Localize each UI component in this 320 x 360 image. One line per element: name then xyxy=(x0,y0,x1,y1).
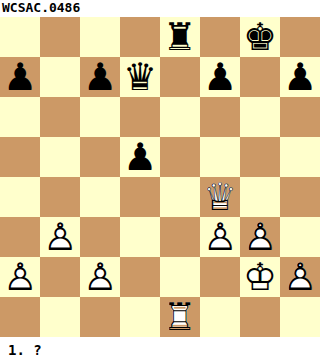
square-f4[interactable]: ♛♕ xyxy=(200,177,240,217)
square-c1[interactable] xyxy=(80,297,120,337)
square-b6[interactable] xyxy=(40,97,80,137)
white-rook-outline: ♖ xyxy=(160,297,200,337)
square-b7[interactable] xyxy=(40,57,80,97)
black-pawn-glyph: ♟ xyxy=(0,57,40,97)
square-g4[interactable] xyxy=(240,177,280,217)
square-g2[interactable]: ♚♔ xyxy=(240,257,280,297)
square-f8[interactable] xyxy=(200,17,240,57)
black-pawn-glyph: ♟ xyxy=(80,57,120,97)
white-pawn-outline: ♙ xyxy=(200,217,240,257)
square-c5[interactable] xyxy=(80,137,120,177)
white-king-outline: ♔ xyxy=(240,257,280,297)
black-pawn[interactable]: ♟ xyxy=(200,57,240,97)
square-d1[interactable] xyxy=(120,297,160,337)
square-e3[interactable] xyxy=(160,217,200,257)
white-pawn[interactable]: ♟♙ xyxy=(240,217,280,257)
square-h3[interactable] xyxy=(280,217,320,257)
white-queen-outline: ♕ xyxy=(200,177,240,217)
chess-board: ♜♚♟♟♛♟♟♟♛♕♟♙♟♙♟♙♟♙♟♙♚♔♟♙♜♖ xyxy=(0,17,320,337)
black-rook-glyph: ♜ xyxy=(160,17,200,57)
move-prompt: 1. ? xyxy=(0,337,320,360)
square-b5[interactable] xyxy=(40,137,80,177)
white-pawn[interactable]: ♟♙ xyxy=(0,257,40,297)
square-d4[interactable] xyxy=(120,177,160,217)
black-pawn-glyph: ♟ xyxy=(120,137,160,177)
black-pawn[interactable]: ♟ xyxy=(280,57,320,97)
white-pawn[interactable]: ♟♙ xyxy=(80,257,120,297)
black-pawn-glyph: ♟ xyxy=(200,57,240,97)
square-h1[interactable] xyxy=(280,297,320,337)
square-b1[interactable] xyxy=(40,297,80,337)
white-queen[interactable]: ♛♕ xyxy=(200,177,240,217)
square-h8[interactable] xyxy=(280,17,320,57)
black-rook[interactable]: ♜ xyxy=(160,17,200,57)
square-d3[interactable] xyxy=(120,217,160,257)
square-c4[interactable] xyxy=(80,177,120,217)
black-queen-glyph: ♛ xyxy=(120,57,160,97)
square-c6[interactable] xyxy=(80,97,120,137)
black-king-glyph: ♚ xyxy=(240,17,280,57)
square-h6[interactable] xyxy=(280,97,320,137)
square-d2[interactable] xyxy=(120,257,160,297)
square-c8[interactable] xyxy=(80,17,120,57)
square-e8[interactable]: ♜ xyxy=(160,17,200,57)
square-a8[interactable] xyxy=(0,17,40,57)
square-h5[interactable] xyxy=(280,137,320,177)
square-e1[interactable]: ♜♖ xyxy=(160,297,200,337)
square-e5[interactable] xyxy=(160,137,200,177)
white-rook[interactable]: ♜♖ xyxy=(160,297,200,337)
square-d5[interactable]: ♟ xyxy=(120,137,160,177)
square-c7[interactable]: ♟ xyxy=(80,57,120,97)
square-b2[interactable] xyxy=(40,257,80,297)
white-pawn-outline: ♙ xyxy=(240,217,280,257)
white-pawn[interactable]: ♟♙ xyxy=(40,217,80,257)
white-pawn-outline: ♙ xyxy=(280,257,320,297)
square-h2[interactable]: ♟♙ xyxy=(280,257,320,297)
square-e4[interactable] xyxy=(160,177,200,217)
square-f3[interactable]: ♟♙ xyxy=(200,217,240,257)
square-a3[interactable] xyxy=(0,217,40,257)
square-c2[interactable]: ♟♙ xyxy=(80,257,120,297)
white-pawn-outline: ♙ xyxy=(0,257,40,297)
square-a1[interactable] xyxy=(0,297,40,337)
square-a4[interactable] xyxy=(0,177,40,217)
square-a6[interactable] xyxy=(0,97,40,137)
white-king[interactable]: ♚♔ xyxy=(240,257,280,297)
white-pawn[interactable]: ♟♙ xyxy=(280,257,320,297)
black-pawn-glyph: ♟ xyxy=(280,57,320,97)
square-e6[interactable] xyxy=(160,97,200,137)
square-g6[interactable] xyxy=(240,97,280,137)
black-pawn[interactable]: ♟ xyxy=(120,137,160,177)
white-pawn[interactable]: ♟♙ xyxy=(200,217,240,257)
square-c3[interactable] xyxy=(80,217,120,257)
square-d7[interactable]: ♛ xyxy=(120,57,160,97)
square-f7[interactable]: ♟ xyxy=(200,57,240,97)
black-pawn[interactable]: ♟ xyxy=(80,57,120,97)
square-e7[interactable] xyxy=(160,57,200,97)
square-b4[interactable] xyxy=(40,177,80,217)
white-pawn-outline: ♙ xyxy=(80,257,120,297)
square-g7[interactable] xyxy=(240,57,280,97)
black-queen[interactable]: ♛ xyxy=(120,57,160,97)
square-h4[interactable] xyxy=(280,177,320,217)
square-d6[interactable] xyxy=(120,97,160,137)
square-g1[interactable] xyxy=(240,297,280,337)
square-b3[interactable]: ♟♙ xyxy=(40,217,80,257)
square-g3[interactable]: ♟♙ xyxy=(240,217,280,257)
square-f2[interactable] xyxy=(200,257,240,297)
square-h7[interactable]: ♟ xyxy=(280,57,320,97)
square-f1[interactable] xyxy=(200,297,240,337)
square-f6[interactable] xyxy=(200,97,240,137)
square-g8[interactable]: ♚ xyxy=(240,17,280,57)
square-g5[interactable] xyxy=(240,137,280,177)
square-a5[interactable] xyxy=(0,137,40,177)
black-pawn[interactable]: ♟ xyxy=(0,57,40,97)
white-pawn-outline: ♙ xyxy=(40,217,80,257)
square-b8[interactable] xyxy=(40,17,80,57)
square-a2[interactable]: ♟♙ xyxy=(0,257,40,297)
black-king[interactable]: ♚ xyxy=(240,17,280,57)
square-a7[interactable]: ♟ xyxy=(0,57,40,97)
diagram-title: WCSAC.0486 xyxy=(0,0,320,17)
square-e2[interactable] xyxy=(160,257,200,297)
square-d8[interactable] xyxy=(120,17,160,57)
square-f5[interactable] xyxy=(200,137,240,177)
